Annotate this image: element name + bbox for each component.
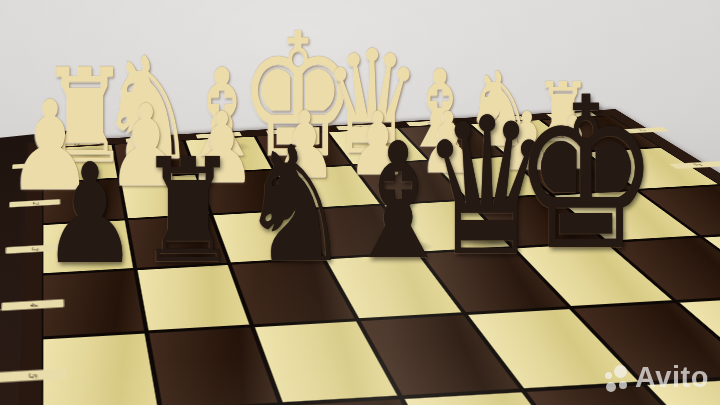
square-g5 [149,327,278,405]
avito-logo-icon [603,365,633,395]
avito-logo-text: Avito [635,361,709,394]
square-g2 [121,175,209,219]
scene: HHGGFFEEDDCCBBAA1122334455667788 [0,0,720,405]
product-photo: HHGGFFEEDDCCBBAA1122334455667788 ♜♞♝♚♛♝♞… [0,0,720,405]
square-f1 [186,137,272,173]
avito-watermark: Avito [603,359,715,399]
square-g1 [115,141,195,178]
square-g3 [129,216,228,268]
square-g4 [138,265,250,330]
